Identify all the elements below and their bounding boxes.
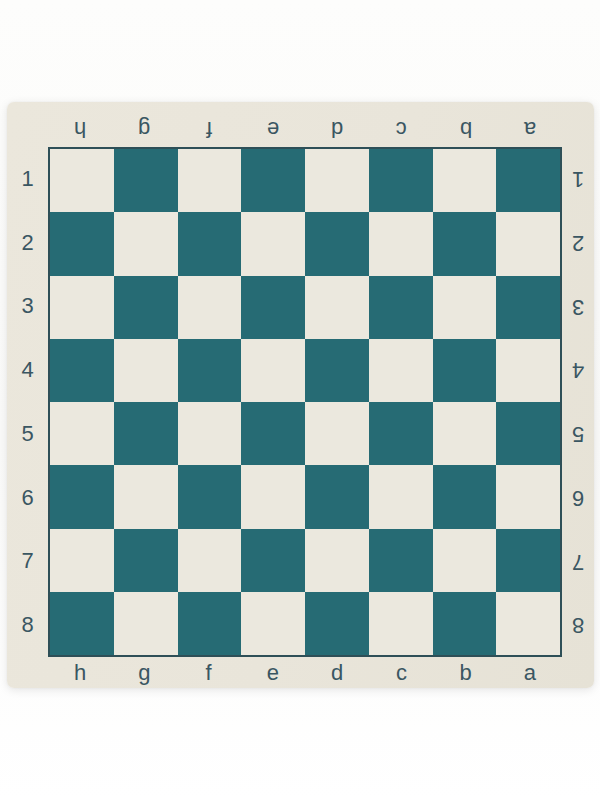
square-f4[interactable] [178,339,242,402]
square-c2[interactable] [369,212,433,275]
square-f3[interactable] [178,276,242,339]
square-h7[interactable] [50,529,114,592]
file-label-top-g: g [112,111,176,147]
square-f8[interactable] [178,592,242,655]
file-labels-top: hgfedcba [48,102,562,147]
square-g5[interactable] [114,402,178,465]
rank-label-left-5: 5 [7,402,48,466]
photo-background: hgfedcba 12345678 12345678 hgfedcba [0,0,600,800]
square-f7[interactable] [178,529,242,592]
rank-label-left-8: 8 [7,593,48,657]
square-c4[interactable] [369,339,433,402]
square-h4[interactable] [50,339,114,402]
square-a6[interactable] [496,465,560,528]
rank-label-right-4: 4 [562,338,594,402]
file-label-top-d: d [305,111,369,147]
square-c3[interactable] [369,276,433,339]
square-c7[interactable] [369,529,433,592]
square-b5[interactable] [433,402,497,465]
rank-label-left-2: 2 [7,211,48,275]
file-label-bottom-d: d [305,657,369,688]
square-h5[interactable] [50,402,114,465]
square-c5[interactable] [369,402,433,465]
file-label-bottom-c: c [369,657,433,688]
square-g8[interactable] [114,592,178,655]
square-d1[interactable] [305,149,369,212]
file-label-top-a: a [498,111,562,147]
square-e4[interactable] [241,339,305,402]
square-g2[interactable] [114,212,178,275]
file-label-top-e: e [241,111,305,147]
rank-label-right-8: 8 [562,593,594,657]
square-d7[interactable] [305,529,369,592]
square-f2[interactable] [178,212,242,275]
square-e8[interactable] [241,592,305,655]
rank-label-right-2: 2 [562,211,594,275]
square-c6[interactable] [369,465,433,528]
square-g4[interactable] [114,339,178,402]
square-h1[interactable] [50,149,114,212]
square-d5[interactable] [305,402,369,465]
square-g7[interactable] [114,529,178,592]
file-label-bottom-a: a [498,657,562,688]
rank-labels-right: 12345678 [562,147,594,657]
square-d4[interactable] [305,339,369,402]
file-label-bottom-b: b [434,657,498,688]
file-labels-bottom: hgfedcba [48,657,562,688]
rank-label-left-6: 6 [7,466,48,530]
file-label-top-h: h [48,111,112,147]
rank-label-left-4: 4 [7,338,48,402]
square-g6[interactable] [114,465,178,528]
square-e2[interactable] [241,212,305,275]
square-a3[interactable] [496,276,560,339]
file-label-top-b: b [434,111,498,147]
rank-label-right-1: 1 [562,147,594,211]
square-d3[interactable] [305,276,369,339]
file-label-bottom-f: f [177,657,241,688]
chess-mat: hgfedcba 12345678 12345678 hgfedcba [7,102,594,688]
file-label-top-c: c [369,111,433,147]
square-b2[interactable] [433,212,497,275]
square-e5[interactable] [241,402,305,465]
rank-label-right-7: 7 [562,530,594,594]
rank-label-right-5: 5 [562,402,594,466]
square-a2[interactable] [496,212,560,275]
square-h2[interactable] [50,212,114,275]
square-b3[interactable] [433,276,497,339]
square-e6[interactable] [241,465,305,528]
square-h3[interactable] [50,276,114,339]
square-f1[interactable] [178,149,242,212]
square-b1[interactable] [433,149,497,212]
square-b6[interactable] [433,465,497,528]
rank-label-left-1: 1 [7,147,48,211]
square-d6[interactable] [305,465,369,528]
square-e7[interactable] [241,529,305,592]
file-label-top-f: f [177,111,241,147]
square-c8[interactable] [369,592,433,655]
square-e1[interactable] [241,149,305,212]
square-f5[interactable] [178,402,242,465]
file-label-bottom-h: h [48,657,112,688]
file-label-bottom-g: g [112,657,176,688]
square-g1[interactable] [114,149,178,212]
square-c1[interactable] [369,149,433,212]
square-a7[interactable] [496,529,560,592]
board [48,147,562,657]
square-h6[interactable] [50,465,114,528]
square-d2[interactable] [305,212,369,275]
rank-label-left-3: 3 [7,275,48,339]
square-h8[interactable] [50,592,114,655]
square-b7[interactable] [433,529,497,592]
square-g3[interactable] [114,276,178,339]
rank-label-left-7: 7 [7,530,48,594]
square-a8[interactable] [496,592,560,655]
rank-label-right-6: 6 [562,466,594,530]
square-a4[interactable] [496,339,560,402]
square-b8[interactable] [433,592,497,655]
square-f6[interactable] [178,465,242,528]
square-a1[interactable] [496,149,560,212]
square-e3[interactable] [241,276,305,339]
square-a5[interactable] [496,402,560,465]
rank-label-right-3: 3 [562,275,594,339]
file-label-bottom-e: e [241,657,305,688]
rank-labels-left: 12345678 [7,147,48,657]
square-b4[interactable] [433,339,497,402]
square-d8[interactable] [305,592,369,655]
